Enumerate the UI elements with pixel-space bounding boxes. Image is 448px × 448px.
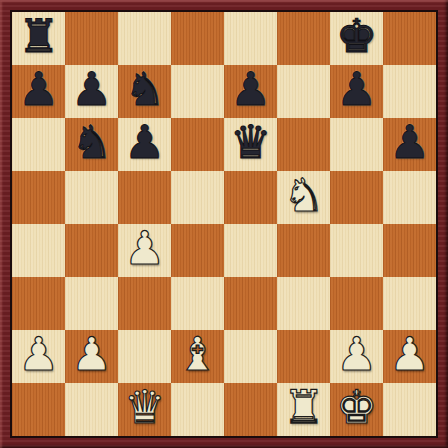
square-h6[interactable]: ♟ xyxy=(383,118,436,171)
black-pawn[interactable]: ♟ xyxy=(230,65,271,116)
square-f2[interactable] xyxy=(277,330,330,383)
square-a7[interactable]: ♟ xyxy=(12,65,65,118)
black-pawn[interactable]: ♟ xyxy=(71,65,112,116)
square-h7[interactable] xyxy=(383,65,436,118)
square-c4[interactable]: ♟ xyxy=(118,224,171,277)
square-c1[interactable]: ♛ xyxy=(118,383,171,436)
black-knight[interactable]: ♞ xyxy=(71,118,112,169)
chess-board: ♜♚♟♟♞♟♟♞♟♛♟♞♟♟♟♝♟♟♛♜♚ xyxy=(12,12,436,436)
square-b1[interactable] xyxy=(65,383,118,436)
board-inner-border: ♜♚♟♟♞♟♟♞♟♛♟♞♟♟♟♝♟♟♛♜♚ xyxy=(10,10,438,438)
square-d4[interactable] xyxy=(171,224,224,277)
square-a8[interactable]: ♜ xyxy=(12,12,65,65)
square-a1[interactable] xyxy=(12,383,65,436)
square-g4[interactable] xyxy=(330,224,383,277)
square-b8[interactable] xyxy=(65,12,118,65)
square-d8[interactable] xyxy=(171,12,224,65)
square-h8[interactable] xyxy=(383,12,436,65)
square-f7[interactable] xyxy=(277,65,330,118)
square-g3[interactable] xyxy=(330,277,383,330)
square-h5[interactable] xyxy=(383,171,436,224)
square-a5[interactable] xyxy=(12,171,65,224)
square-e3[interactable] xyxy=(224,277,277,330)
square-a6[interactable] xyxy=(12,118,65,171)
square-d5[interactable] xyxy=(171,171,224,224)
square-h2[interactable]: ♟ xyxy=(383,330,436,383)
square-g1[interactable]: ♚ xyxy=(330,383,383,436)
square-e2[interactable] xyxy=(224,330,277,383)
black-pawn[interactable]: ♟ xyxy=(18,65,59,116)
square-g2[interactable]: ♟ xyxy=(330,330,383,383)
square-h3[interactable] xyxy=(383,277,436,330)
square-g5[interactable] xyxy=(330,171,383,224)
square-e8[interactable] xyxy=(224,12,277,65)
square-d6[interactable] xyxy=(171,118,224,171)
square-f5[interactable]: ♞ xyxy=(277,171,330,224)
square-b6[interactable]: ♞ xyxy=(65,118,118,171)
square-h1[interactable] xyxy=(383,383,436,436)
square-g7[interactable]: ♟ xyxy=(330,65,383,118)
white-rook[interactable]: ♜ xyxy=(283,383,324,434)
square-e4[interactable] xyxy=(224,224,277,277)
square-f6[interactable] xyxy=(277,118,330,171)
square-c5[interactable] xyxy=(118,171,171,224)
square-b3[interactable] xyxy=(65,277,118,330)
square-d7[interactable] xyxy=(171,65,224,118)
square-c7[interactable]: ♞ xyxy=(118,65,171,118)
square-f1[interactable]: ♜ xyxy=(277,383,330,436)
square-b7[interactable]: ♟ xyxy=(65,65,118,118)
square-g6[interactable] xyxy=(330,118,383,171)
black-knight[interactable]: ♞ xyxy=(124,65,165,116)
white-pawn[interactable]: ♟ xyxy=(389,330,430,381)
square-b4[interactable] xyxy=(65,224,118,277)
black-pawn[interactable]: ♟ xyxy=(389,118,430,169)
square-b5[interactable] xyxy=(65,171,118,224)
square-g8[interactable]: ♚ xyxy=(330,12,383,65)
square-c8[interactable] xyxy=(118,12,171,65)
square-f8[interactable] xyxy=(277,12,330,65)
white-pawn[interactable]: ♟ xyxy=(71,330,112,381)
black-queen[interactable]: ♛ xyxy=(230,118,271,169)
square-d3[interactable] xyxy=(171,277,224,330)
square-a4[interactable] xyxy=(12,224,65,277)
square-e6[interactable]: ♛ xyxy=(224,118,277,171)
white-knight[interactable]: ♞ xyxy=(283,171,324,222)
square-c2[interactable] xyxy=(118,330,171,383)
square-h4[interactable] xyxy=(383,224,436,277)
square-d2[interactable]: ♝ xyxy=(171,330,224,383)
white-king[interactable]: ♚ xyxy=(336,383,377,434)
square-f3[interactable] xyxy=(277,277,330,330)
black-pawn[interactable]: ♟ xyxy=(336,65,377,116)
square-f4[interactable] xyxy=(277,224,330,277)
white-pawn[interactable]: ♟ xyxy=(336,330,377,381)
square-a3[interactable] xyxy=(12,277,65,330)
white-pawn[interactable]: ♟ xyxy=(18,330,59,381)
square-e1[interactable] xyxy=(224,383,277,436)
square-c3[interactable] xyxy=(118,277,171,330)
white-pawn[interactable]: ♟ xyxy=(124,224,165,275)
square-e7[interactable]: ♟ xyxy=(224,65,277,118)
square-d1[interactable] xyxy=(171,383,224,436)
black-pawn[interactable]: ♟ xyxy=(124,118,165,169)
white-queen[interactable]: ♛ xyxy=(124,383,165,434)
black-king[interactable]: ♚ xyxy=(336,12,377,63)
square-b2[interactable]: ♟ xyxy=(65,330,118,383)
board-frame: ♜♚♟♟♞♟♟♞♟♛♟♞♟♟♟♝♟♟♛♜♚ xyxy=(0,0,448,448)
square-a2[interactable]: ♟ xyxy=(12,330,65,383)
white-bishop[interactable]: ♝ xyxy=(177,330,218,381)
black-rook[interactable]: ♜ xyxy=(18,12,59,63)
square-c6[interactable]: ♟ xyxy=(118,118,171,171)
square-e5[interactable] xyxy=(224,171,277,224)
